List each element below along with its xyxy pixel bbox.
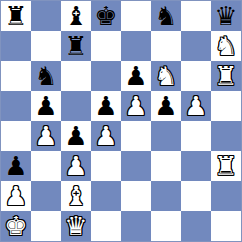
chess-board: ♜♝♚♞♛♜♞♞♟♞♜♟♟♟♟♟♟♟♟♟♟♜♟♝♚♛ [0,0,242,242]
square-c6[interactable] [61,61,91,91]
square-c5[interactable] [61,91,91,121]
black-pawn[interactable]: ♟ [94,91,117,121]
square-b2[interactable] [31,181,61,211]
black-pawn[interactable]: ♟ [64,121,87,151]
square-c1[interactable]: ♛ [61,211,91,241]
square-d3[interactable] [91,151,121,181]
square-g6[interactable] [181,61,211,91]
square-e8[interactable] [121,1,151,31]
square-e5[interactable]: ♟ [121,91,151,121]
black-knight[interactable]: ♞ [34,61,57,91]
square-b5[interactable]: ♟ [31,91,61,121]
square-a7[interactable] [1,31,31,61]
white-rook[interactable]: ♜ [214,61,237,91]
square-d5[interactable]: ♟ [91,91,121,121]
black-rook[interactable]: ♜ [64,31,87,61]
square-a8[interactable]: ♜ [1,1,31,31]
black-queen[interactable]: ♛ [214,1,237,31]
square-a2[interactable]: ♟ [1,181,31,211]
black-bishop[interactable]: ♝ [64,1,87,31]
square-e6[interactable]: ♟ [121,61,151,91]
square-c2[interactable]: ♝ [61,181,91,211]
square-h8[interactable]: ♛ [211,1,241,31]
square-a6[interactable] [1,61,31,91]
square-h6[interactable]: ♜ [211,61,241,91]
square-a4[interactable] [1,121,31,151]
white-pawn[interactable]: ♟ [34,121,57,151]
black-pawn[interactable]: ♟ [4,151,27,181]
white-queen[interactable]: ♛ [64,211,87,241]
white-pawn[interactable]: ♟ [64,151,87,181]
square-e3[interactable] [121,151,151,181]
white-pawn[interactable]: ♟ [124,91,147,121]
white-pawn[interactable]: ♟ [94,121,117,151]
black-pawn[interactable]: ♟ [34,91,57,121]
square-g7[interactable] [181,31,211,61]
square-g8[interactable] [181,1,211,31]
square-c7[interactable]: ♜ [61,31,91,61]
square-b7[interactable] [31,31,61,61]
black-king[interactable]: ♚ [94,1,117,31]
square-d4[interactable]: ♟ [91,121,121,151]
square-d7[interactable] [91,31,121,61]
white-knight[interactable]: ♞ [214,31,237,61]
black-rook[interactable]: ♜ [4,1,27,31]
square-f1[interactable] [151,211,181,241]
square-b1[interactable] [31,211,61,241]
square-e2[interactable] [121,181,151,211]
square-e1[interactable] [121,211,151,241]
square-a5[interactable] [1,91,31,121]
square-f6[interactable]: ♞ [151,61,181,91]
square-a1[interactable]: ♚ [1,211,31,241]
square-g5[interactable]: ♟ [181,91,211,121]
square-f2[interactable] [151,181,181,211]
white-pawn[interactable]: ♟ [4,181,27,211]
square-g3[interactable] [181,151,211,181]
square-b3[interactable] [31,151,61,181]
square-h3[interactable]: ♜ [211,151,241,181]
square-f5[interactable]: ♟ [151,91,181,121]
square-d2[interactable] [91,181,121,211]
square-c8[interactable]: ♝ [61,1,91,31]
square-b6[interactable]: ♞ [31,61,61,91]
white-king[interactable]: ♚ [4,211,27,241]
chess-board-container: ♜♝♚♞♛♜♞♞♟♞♜♟♟♟♟♟♟♟♟♟♟♜♟♝♚♛ [0,0,242,242]
black-pawn[interactable]: ♟ [154,91,177,121]
square-g2[interactable] [181,181,211,211]
square-a3[interactable]: ♟ [1,151,31,181]
square-h4[interactable] [211,121,241,151]
black-knight[interactable]: ♞ [154,1,177,31]
square-d1[interactable] [91,211,121,241]
square-e4[interactable] [121,121,151,151]
white-rook[interactable]: ♜ [214,151,237,181]
square-e7[interactable] [121,31,151,61]
square-g4[interactable] [181,121,211,151]
white-knight[interactable]: ♞ [154,61,177,91]
square-h1[interactable] [211,211,241,241]
black-pawn[interactable]: ♟ [124,61,147,91]
square-h2[interactable] [211,181,241,211]
square-c3[interactable]: ♟ [61,151,91,181]
square-h7[interactable]: ♞ [211,31,241,61]
square-g1[interactable] [181,211,211,241]
square-d6[interactable] [91,61,121,91]
square-h5[interactable] [211,91,241,121]
square-d8[interactable]: ♚ [91,1,121,31]
square-b8[interactable] [31,1,61,31]
square-c4[interactable]: ♟ [61,121,91,151]
square-f3[interactable] [151,151,181,181]
white-pawn[interactable]: ♟ [184,91,207,121]
square-f7[interactable] [151,31,181,61]
square-f8[interactable]: ♞ [151,1,181,31]
square-b4[interactable]: ♟ [31,121,61,151]
square-f4[interactable] [151,121,181,151]
white-bishop[interactable]: ♝ [64,181,87,211]
